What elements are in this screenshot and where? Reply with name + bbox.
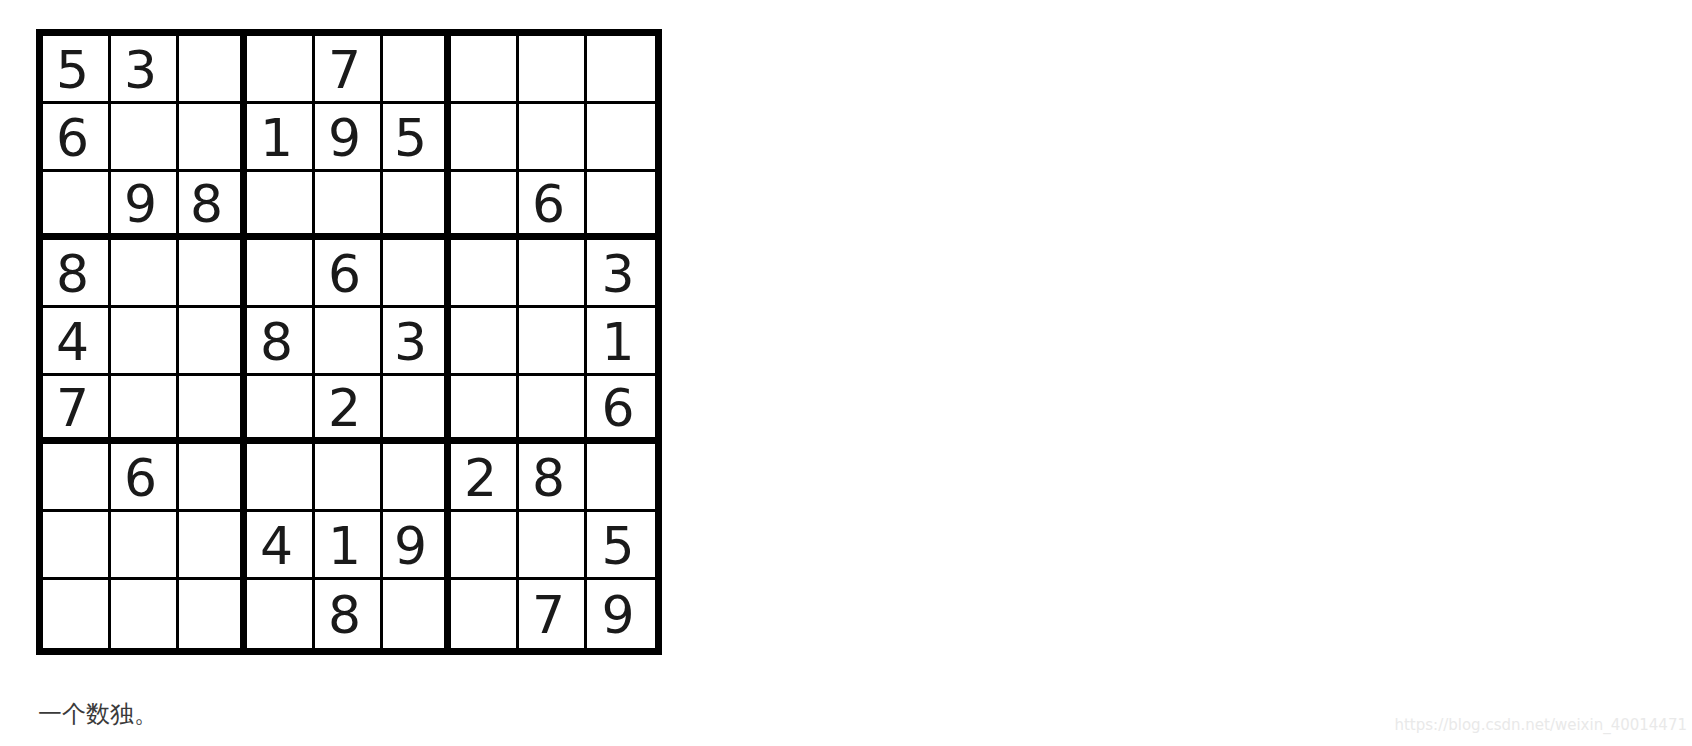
cell-r2c9 [587,104,655,172]
cell-r4c3 [179,240,247,308]
cell-r9c1 [43,580,111,648]
cell-r1c5: 7 [315,36,383,104]
given-digit: 9 [328,112,361,164]
given-digit: 2 [328,382,361,434]
given-digit: 6 [124,452,157,504]
cell-r3c5 [315,172,383,240]
cell-r5c7 [451,308,519,376]
cell-r8c6: 9 [383,512,451,580]
given-digit: 8 [56,248,89,300]
cell-r6c7 [451,376,519,444]
cell-r3c2: 9 [111,172,179,240]
cell-r3c8: 6 [519,172,587,240]
given-digit: 7 [56,382,89,434]
cell-r6c1: 7 [43,376,111,444]
given-digit: 9 [601,589,634,641]
cell-r9c5: 8 [315,580,383,648]
cell-r8c2 [111,512,179,580]
cell-r5c6: 3 [383,308,451,376]
cell-r1c9 [587,36,655,104]
given-digit: 6 [56,112,89,164]
cell-r4c6 [383,240,451,308]
cell-r1c3 [179,36,247,104]
cell-r9c6 [383,580,451,648]
cell-r6c3 [179,376,247,444]
cell-r7c2: 6 [111,444,179,512]
cell-r3c7 [451,172,519,240]
cell-r4c8 [519,240,587,308]
given-digit: 6 [328,248,361,300]
cell-r1c8 [519,36,587,104]
given-digit: 3 [601,248,634,300]
cell-r5c8 [519,308,587,376]
cell-r3c1 [43,172,111,240]
cell-r2c3 [179,104,247,172]
given-digit: 8 [260,316,293,368]
cell-r9c3 [179,580,247,648]
given-digit: 1 [328,520,361,572]
cell-r5c4: 8 [247,308,315,376]
given-digit: 7 [532,589,565,641]
cell-r9c2 [111,580,179,648]
cell-r2c4: 1 [247,104,315,172]
cell-r2c6: 5 [383,104,451,172]
cell-r8c9: 5 [587,512,655,580]
given-digit: 5 [601,520,634,572]
given-digit: 9 [394,520,427,572]
cell-r7c6 [383,444,451,512]
cell-r6c5: 2 [315,376,383,444]
sudoku-board: 537619598686348317266284195879 [36,29,662,655]
cell-r3c4 [247,172,315,240]
cell-r7c3 [179,444,247,512]
cell-r4c5: 6 [315,240,383,308]
cell-r5c1: 4 [43,308,111,376]
given-digit: 4 [56,316,89,368]
given-digit: 3 [124,44,157,96]
cell-r8c8 [519,512,587,580]
caption: 一个数独。 [38,698,158,730]
given-digit: 7 [328,44,361,96]
given-digit: 8 [532,452,565,504]
given-digit: 8 [328,589,361,641]
cell-r2c8 [519,104,587,172]
cell-r1c7 [451,36,519,104]
cell-r4c1: 8 [43,240,111,308]
cell-r5c9: 1 [587,308,655,376]
given-digit: 5 [56,44,89,96]
given-digit: 6 [532,178,565,230]
given-digit: 6 [601,382,634,434]
cell-r6c9: 6 [587,376,655,444]
cell-r7c7: 2 [451,444,519,512]
cell-r5c5 [315,308,383,376]
cell-r7c9 [587,444,655,512]
given-digit: 5 [394,112,427,164]
cell-r8c7 [451,512,519,580]
sudoku-grid: 537619598686348317266284195879 [43,36,655,648]
cell-r6c4 [247,376,315,444]
given-digit: 1 [601,316,634,368]
cell-r9c7 [451,580,519,648]
cell-r8c4: 4 [247,512,315,580]
cell-r7c8: 8 [519,444,587,512]
cell-r7c4 [247,444,315,512]
cell-r2c1: 6 [43,104,111,172]
given-digit: 1 [260,112,293,164]
cell-r1c4 [247,36,315,104]
cell-r2c2 [111,104,179,172]
cell-r7c1 [43,444,111,512]
watermark: https://blog.csdn.net/weixin_40014471 [1394,716,1687,734]
cell-r3c6 [383,172,451,240]
cell-r3c3: 8 [179,172,247,240]
cell-r5c2 [111,308,179,376]
cell-r4c2 [111,240,179,308]
cell-r1c6 [383,36,451,104]
cell-r5c3 [179,308,247,376]
cell-r1c2: 3 [111,36,179,104]
cell-r1c1: 5 [43,36,111,104]
cell-r6c8 [519,376,587,444]
cell-r9c8: 7 [519,580,587,648]
cell-r9c9: 9 [587,580,655,648]
cell-r8c1 [43,512,111,580]
cell-r2c5: 9 [315,104,383,172]
cell-r4c9: 3 [587,240,655,308]
given-digit: 4 [260,520,293,572]
cell-r6c2 [111,376,179,444]
given-digit: 3 [394,316,427,368]
cell-r4c7 [451,240,519,308]
cell-r8c5: 1 [315,512,383,580]
cell-r9c4 [247,580,315,648]
cell-r4c4 [247,240,315,308]
given-digit: 2 [464,452,497,504]
given-digit: 8 [190,178,223,230]
cell-r7c5 [315,444,383,512]
cell-r3c9 [587,172,655,240]
cell-r2c7 [451,104,519,172]
cell-r6c6 [383,376,451,444]
cell-r8c3 [179,512,247,580]
given-digit: 9 [124,178,157,230]
